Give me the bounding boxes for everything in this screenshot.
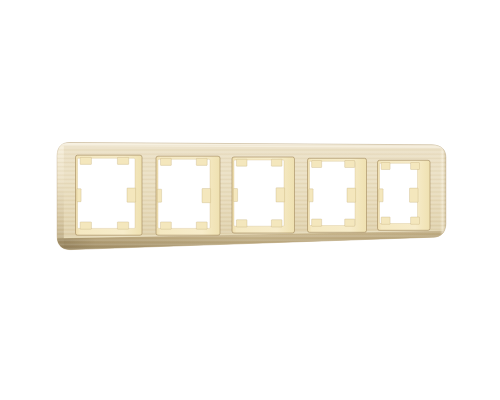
tab-right-middle: [202, 189, 211, 203]
five-gang-frame-photo: [0, 0, 500, 400]
gang-opening-4: [308, 158, 367, 232]
tab-top-right: [271, 159, 282, 166]
tab-bottom-right: [196, 222, 207, 229]
tab-right-middle: [127, 188, 136, 202]
tab-bottom-left: [236, 220, 247, 227]
tab-top-right: [196, 158, 207, 165]
tab-top-left: [236, 159, 247, 166]
gang-opening-2: [156, 156, 220, 235]
tab-bottom-right: [117, 222, 128, 229]
tab-left-middle: [379, 189, 383, 202]
tab-top-left: [312, 161, 322, 168]
tab-right-middle: [410, 188, 419, 202]
tab-right-middle: [276, 188, 285, 202]
tab-bottom-right: [411, 217, 420, 224]
tab-right-middle: [347, 188, 356, 202]
tab-top-left: [160, 158, 171, 165]
tab-bottom-right: [345, 219, 355, 226]
gang-opening-3: [232, 157, 295, 233]
tab-left-middle: [309, 189, 313, 202]
tab-left-middle: [157, 189, 161, 202]
tab-top-left: [80, 157, 91, 164]
tab-top-right: [117, 157, 128, 164]
gang-opening-1: [76, 155, 143, 235]
tab-top-right: [411, 163, 420, 170]
tab-bottom-left: [160, 222, 171, 229]
tab-bottom-left: [381, 217, 390, 224]
tab-top-left: [381, 163, 390, 170]
tab-bottom-left: [312, 219, 322, 226]
opening-hole: [78, 158, 136, 228]
gang-opening-5: [378, 160, 431, 230]
tab-bottom-right: [271, 220, 282, 227]
tab-left-middle: [233, 189, 237, 202]
tab-top-right: [345, 161, 355, 168]
photo-stage: [0, 0, 500, 400]
tab-bottom-left: [80, 222, 91, 229]
tab-left-middle: [77, 189, 81, 202]
